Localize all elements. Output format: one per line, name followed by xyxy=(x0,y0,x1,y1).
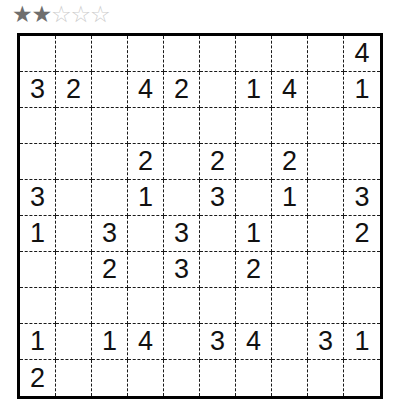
grid-cell-empty[interactable] xyxy=(56,360,92,396)
grid-cell-empty[interactable] xyxy=(56,144,92,180)
grid-cell-empty[interactable] xyxy=(164,36,200,72)
grid-cell-empty[interactable] xyxy=(92,144,128,180)
grid-cell-empty[interactable] xyxy=(164,288,200,324)
grid-cell-empty[interactable] xyxy=(128,252,164,288)
grid-cell-empty[interactable] xyxy=(236,288,272,324)
grid-cell-clue: 3 xyxy=(200,324,236,360)
grid-cell-empty[interactable] xyxy=(128,288,164,324)
grid-cell-empty[interactable] xyxy=(200,360,236,396)
grid-cell-clue: 3 xyxy=(20,180,56,216)
grid-cell-empty[interactable] xyxy=(344,144,380,180)
grid-cell-clue: 2 xyxy=(92,252,128,288)
grid-cell-empty[interactable] xyxy=(20,36,56,72)
grid-cell-empty[interactable] xyxy=(236,36,272,72)
grid-cell-empty[interactable] xyxy=(56,324,92,360)
grid-cell-clue: 1 xyxy=(272,180,308,216)
grid-cell-empty[interactable] xyxy=(56,108,92,144)
grid-cell-empty[interactable] xyxy=(164,108,200,144)
grid-cell-empty[interactable] xyxy=(272,252,308,288)
grid-cell-clue: 3 xyxy=(92,216,128,252)
grid-cell-clue: 1 xyxy=(236,216,272,252)
grid-cell-empty[interactable] xyxy=(56,252,92,288)
grid-cell-empty[interactable] xyxy=(344,108,380,144)
grid-cell-clue: 1 xyxy=(92,324,128,360)
grid-cell-empty[interactable] xyxy=(308,72,344,108)
grid-cell-empty[interactable] xyxy=(308,108,344,144)
grid-cell-empty[interactable] xyxy=(56,288,92,324)
grid-cell-clue: 4 xyxy=(128,72,164,108)
grid-cell-empty[interactable] xyxy=(272,108,308,144)
grid-cell-clue: 2 xyxy=(128,144,164,180)
grid-cell-empty[interactable] xyxy=(236,360,272,396)
grid-cell-empty[interactable] xyxy=(56,180,92,216)
grid-cell-empty[interactable] xyxy=(344,288,380,324)
grid-cell-empty[interactable] xyxy=(92,360,128,396)
difficulty-star-filled-icon: ★ xyxy=(12,2,32,26)
grid-cell-clue: 3 xyxy=(164,216,200,252)
grid-cell-clue: 2 xyxy=(344,216,380,252)
grid-cell-clue: 2 xyxy=(164,72,200,108)
grid-cell-clue: 3 xyxy=(20,72,56,108)
grid-cell-empty[interactable] xyxy=(272,216,308,252)
grid-cell-empty[interactable] xyxy=(20,288,56,324)
grid-cell-empty[interactable] xyxy=(344,360,380,396)
grid-cell-empty[interactable] xyxy=(128,36,164,72)
grid-cell-empty[interactable] xyxy=(308,252,344,288)
grid-cell-empty[interactable] xyxy=(20,252,56,288)
grid-cell-empty[interactable] xyxy=(236,180,272,216)
grid-cell-empty[interactable] xyxy=(56,36,92,72)
grid-cell-clue: 2 xyxy=(236,252,272,288)
grid-cell-empty[interactable] xyxy=(20,144,56,180)
grid-cell-clue: 3 xyxy=(344,180,380,216)
grid-cell-empty[interactable] xyxy=(308,180,344,216)
grid-cell-empty[interactable] xyxy=(200,36,236,72)
grid-cell-clue: 4 xyxy=(128,324,164,360)
grid-cell-clue: 4 xyxy=(236,324,272,360)
grid-cell-empty[interactable] xyxy=(128,216,164,252)
grid-cell-empty[interactable] xyxy=(92,108,128,144)
grid-cell-empty[interactable] xyxy=(200,216,236,252)
difficulty-star-filled-icon: ★ xyxy=(32,2,52,26)
difficulty-star-empty-icon: ☆ xyxy=(71,2,91,26)
grid-cell-empty[interactable] xyxy=(272,36,308,72)
grid-cell-empty[interactable] xyxy=(92,36,128,72)
grid-cell-clue: 2 xyxy=(272,144,308,180)
grid-cell-clue: 1 xyxy=(20,324,56,360)
grid-cell-clue: 1 xyxy=(344,72,380,108)
difficulty-star-empty-icon: ☆ xyxy=(90,2,110,26)
grid-cell-clue: 3 xyxy=(200,180,236,216)
grid-cell-clue: 4 xyxy=(272,72,308,108)
grid-cell-clue: 1 xyxy=(236,72,272,108)
grid-cell-empty[interactable] xyxy=(200,252,236,288)
grid-cell-clue: 3 xyxy=(308,324,344,360)
grid-cell-empty[interactable] xyxy=(164,144,200,180)
grid-cell-empty[interactable] xyxy=(92,288,128,324)
grid-cell-empty[interactable] xyxy=(200,72,236,108)
grid-cell-empty[interactable] xyxy=(308,360,344,396)
grid-cell-empty[interactable] xyxy=(272,288,308,324)
grid-cell-empty[interactable] xyxy=(92,72,128,108)
grid-cell-empty[interactable] xyxy=(272,360,308,396)
difficulty-stars: ★★☆☆☆ xyxy=(12,1,396,27)
grid-cell-empty[interactable] xyxy=(200,108,236,144)
grid-cell-empty[interactable] xyxy=(236,108,272,144)
grid-cell-empty[interactable] xyxy=(20,108,56,144)
grid-cell-clue: 3 xyxy=(164,252,200,288)
grid-cell-empty[interactable] xyxy=(272,324,308,360)
grid-cell-empty[interactable] xyxy=(164,324,200,360)
grid-cell-empty[interactable] xyxy=(308,144,344,180)
grid-cell-empty[interactable] xyxy=(128,360,164,396)
grid-cell-empty[interactable] xyxy=(92,180,128,216)
grid-cell-clue: 1 xyxy=(344,324,380,360)
grid-cell-empty[interactable] xyxy=(164,180,200,216)
grid-cell-empty[interactable] xyxy=(308,36,344,72)
grid-cell-clue: 2 xyxy=(200,144,236,180)
grid-cell-empty[interactable] xyxy=(236,144,272,180)
grid-cell-empty[interactable] xyxy=(308,216,344,252)
difficulty-star-empty-icon: ☆ xyxy=(51,2,71,26)
grid-cell-clue: 2 xyxy=(56,72,92,108)
puzzle-grid: 43242141222313131331223211434312 xyxy=(17,33,383,399)
grid-cell-clue: 1 xyxy=(20,216,56,252)
grid-cell-empty[interactable] xyxy=(344,252,380,288)
grid-cell-clue: 1 xyxy=(128,180,164,216)
grid-cell-clue: 2 xyxy=(20,360,56,396)
grid-cell-clue: 4 xyxy=(344,36,380,72)
grid-cell-empty[interactable] xyxy=(128,108,164,144)
grid-cell-empty[interactable] xyxy=(164,360,200,396)
grid-cell-empty[interactable] xyxy=(56,216,92,252)
grid-cell-empty[interactable] xyxy=(308,288,344,324)
grid-cell-empty[interactable] xyxy=(200,288,236,324)
